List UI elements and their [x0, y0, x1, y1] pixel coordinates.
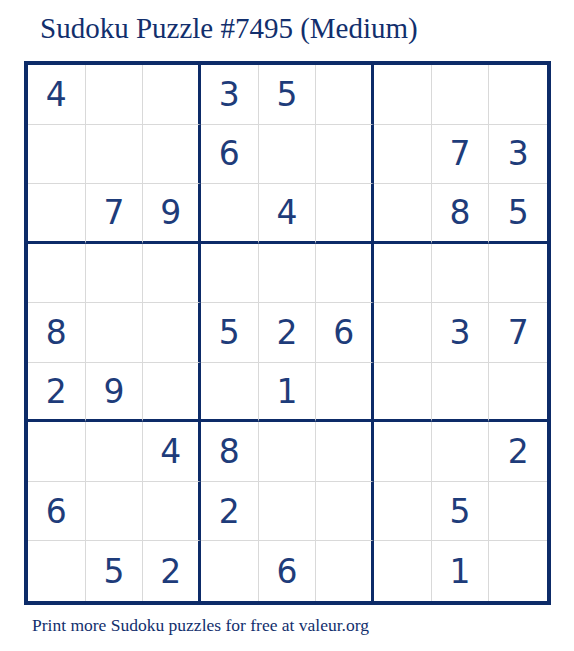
cell-r2c6-empty[interactable] [316, 125, 374, 185]
cell-r4c3-empty[interactable] [143, 244, 201, 304]
cell-r1c9-empty[interactable] [489, 65, 547, 125]
cell-r8c8-given: 5 [432, 482, 490, 542]
cell-r3c9-given: 5 [489, 184, 547, 244]
cell-r3c4-empty[interactable] [201, 184, 259, 244]
cell-r6c4-empty[interactable] [201, 363, 259, 423]
cell-r3c5-given: 4 [259, 184, 317, 244]
cell-r4c1-empty[interactable] [28, 244, 86, 304]
cell-r8c1-given: 6 [28, 482, 86, 542]
cell-r4c7-empty[interactable] [374, 244, 432, 304]
cell-r4c2-empty[interactable] [86, 244, 144, 304]
cell-r6c3-empty[interactable] [143, 363, 201, 423]
cell-r5c6-given: 6 [316, 303, 374, 363]
cell-r3c6-empty[interactable] [316, 184, 374, 244]
cell-r6c6-empty[interactable] [316, 363, 374, 423]
cell-r1c7-empty[interactable] [374, 65, 432, 125]
cell-r8c4-given: 2 [201, 482, 259, 542]
cell-r7c4-given: 8 [201, 422, 259, 482]
cell-r3c2-given: 7 [86, 184, 144, 244]
cell-r5c1-given: 8 [28, 303, 86, 363]
footer-text: Print more Sudoku puzzles for free at va… [32, 615, 369, 636]
cell-r1c8-empty[interactable] [432, 65, 490, 125]
cell-r7c7-empty[interactable] [374, 422, 432, 482]
cell-r7c1-empty[interactable] [28, 422, 86, 482]
cell-r7c5-empty[interactable] [259, 422, 317, 482]
cell-r6c1-given: 2 [28, 363, 86, 423]
cell-r8c5-empty[interactable] [259, 482, 317, 542]
cell-r7c8-empty[interactable] [432, 422, 490, 482]
cell-r9c4-empty[interactable] [201, 541, 259, 601]
cell-r2c3-empty[interactable] [143, 125, 201, 185]
cell-r3c8-given: 8 [432, 184, 490, 244]
cell-r9c8-given: 1 [432, 541, 490, 601]
cell-r3c3-given: 9 [143, 184, 201, 244]
cell-r3c7-empty[interactable] [374, 184, 432, 244]
cell-r4c6-empty[interactable] [316, 244, 374, 304]
cell-r8c3-empty[interactable] [143, 482, 201, 542]
cell-r5c3-empty[interactable] [143, 303, 201, 363]
cell-r4c5-empty[interactable] [259, 244, 317, 304]
cell-r3c1-empty[interactable] [28, 184, 86, 244]
cell-r6c7-empty[interactable] [374, 363, 432, 423]
cell-r7c6-empty[interactable] [316, 422, 374, 482]
cell-r1c1-given: 4 [28, 65, 86, 125]
cell-r2c7-empty[interactable] [374, 125, 432, 185]
cell-r9c9-empty[interactable] [489, 541, 547, 601]
page-title: Sudoku Puzzle #7495 (Medium) [40, 12, 418, 45]
cell-r7c9-given: 2 [489, 422, 547, 482]
cell-r6c5-given: 1 [259, 363, 317, 423]
cell-r9c1-empty[interactable] [28, 541, 86, 601]
cell-r9c7-empty[interactable] [374, 541, 432, 601]
cell-r1c5-given: 5 [259, 65, 317, 125]
cell-r5c9-given: 7 [489, 303, 547, 363]
cell-r2c4-given: 6 [201, 125, 259, 185]
cell-r5c2-empty[interactable] [86, 303, 144, 363]
cell-r7c3-given: 4 [143, 422, 201, 482]
cell-r2c5-empty[interactable] [259, 125, 317, 185]
cell-r2c9-given: 3 [489, 125, 547, 185]
cell-r5c8-given: 3 [432, 303, 490, 363]
cell-r9c5-given: 6 [259, 541, 317, 601]
cell-r2c1-empty[interactable] [28, 125, 86, 185]
cell-r4c9-empty[interactable] [489, 244, 547, 304]
cell-r1c3-empty[interactable] [143, 65, 201, 125]
cell-r5c5-given: 2 [259, 303, 317, 363]
cell-r1c2-empty[interactable] [86, 65, 144, 125]
sudoku-page: Sudoku Puzzle #7495 (Medium) 43567379485… [0, 0, 574, 651]
cell-r8c7-empty[interactable] [374, 482, 432, 542]
cell-r4c4-empty[interactable] [201, 244, 259, 304]
cell-r7c2-empty[interactable] [86, 422, 144, 482]
cell-r8c2-empty[interactable] [86, 482, 144, 542]
sudoku-board: 435673794858526372914826255261 [24, 61, 551, 605]
cell-r6c2-given: 9 [86, 363, 144, 423]
cell-r4c8-empty[interactable] [432, 244, 490, 304]
cell-r5c4-given: 5 [201, 303, 259, 363]
cell-r8c6-empty[interactable] [316, 482, 374, 542]
cell-r8c9-empty[interactable] [489, 482, 547, 542]
cell-r6c9-empty[interactable] [489, 363, 547, 423]
cell-r2c2-empty[interactable] [86, 125, 144, 185]
cell-r6c8-empty[interactable] [432, 363, 490, 423]
cell-r9c2-given: 5 [86, 541, 144, 601]
cell-r9c3-given: 2 [143, 541, 201, 601]
cell-r2c8-given: 7 [432, 125, 490, 185]
cell-r9c6-empty[interactable] [316, 541, 374, 601]
cell-r5c7-empty[interactable] [374, 303, 432, 363]
cell-r1c6-empty[interactable] [316, 65, 374, 125]
cell-r1c4-given: 3 [201, 65, 259, 125]
